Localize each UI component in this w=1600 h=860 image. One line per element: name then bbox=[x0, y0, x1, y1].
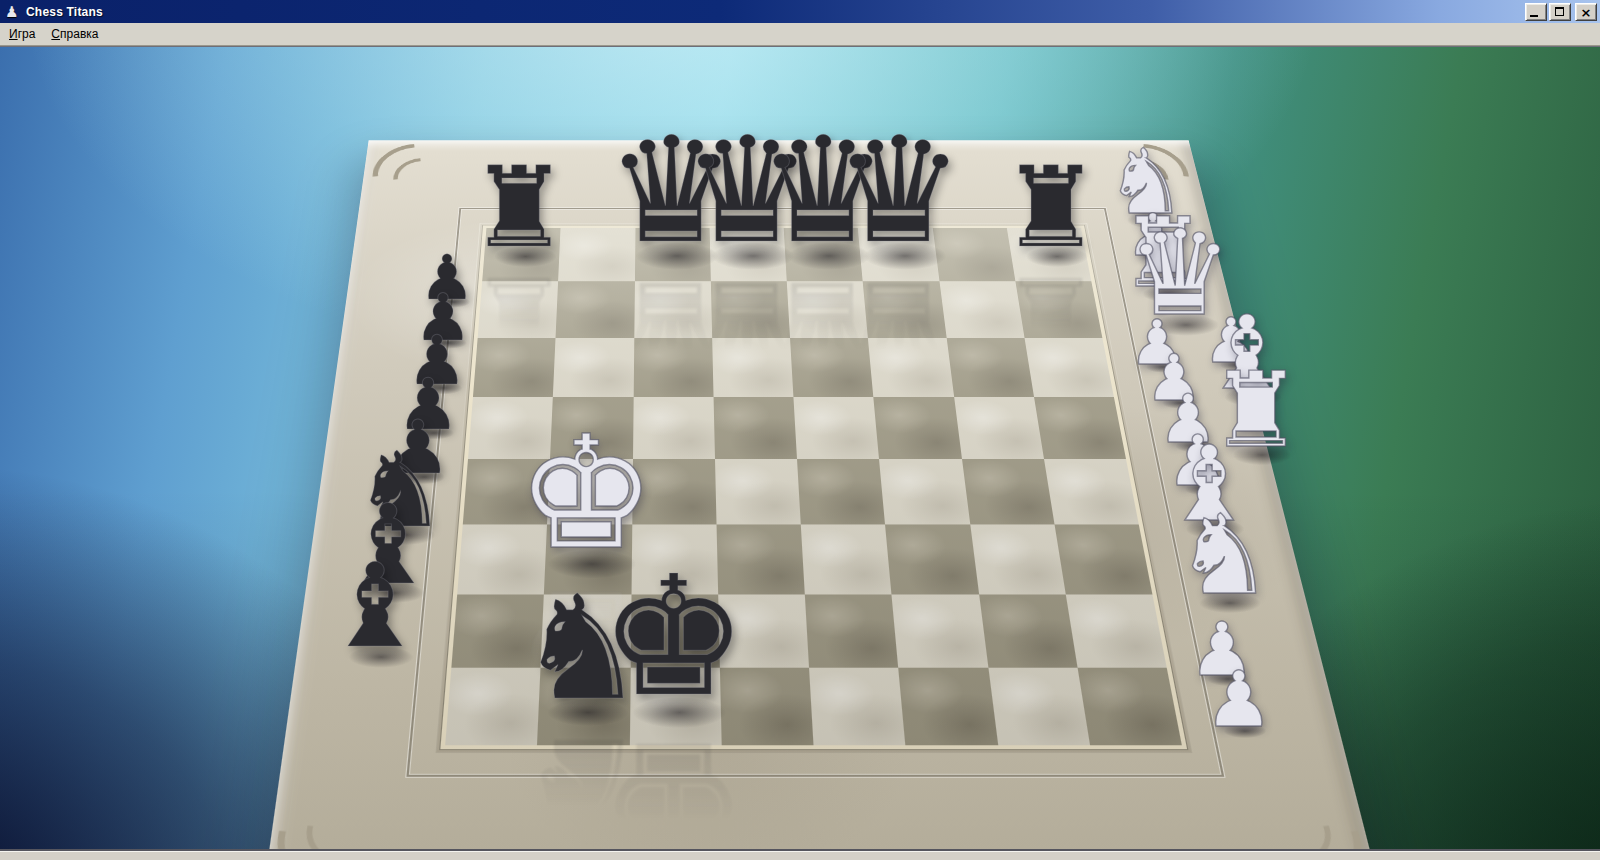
game-scene: ♜♜♛♛♛♛♛♛♛♛♜♜♚♚♞♞♚♚♟♟♟♟♟♞♝♝♞♟♜♛♟♟♝♟♟♜♟♝♞♟… bbox=[0, 46, 1600, 852]
close-icon: × bbox=[1576, 4, 1596, 19]
square-d7[interactable] bbox=[711, 281, 790, 337]
close-button[interactable]: × bbox=[1575, 3, 1597, 21]
corner-ornament bbox=[1238, 789, 1373, 852]
square-g4[interactable] bbox=[962, 459, 1055, 525]
square-b6[interactable] bbox=[553, 338, 634, 397]
square-h7[interactable] bbox=[1015, 281, 1102, 337]
square-h6[interactable] bbox=[1024, 338, 1114, 397]
square-g6[interactable] bbox=[946, 338, 1034, 397]
captured-white-knight: ♞ bbox=[1175, 500, 1274, 610]
restore-icon bbox=[1555, 7, 1564, 16]
square-a6[interactable] bbox=[473, 338, 556, 397]
square-f5[interactable] bbox=[874, 397, 962, 459]
square-a7[interactable] bbox=[478, 281, 559, 337]
app-icon-chess-piece: ♟ bbox=[5, 4, 21, 20]
restore-button[interactable] bbox=[1549, 3, 1571, 21]
square-e7[interactable] bbox=[787, 281, 868, 337]
minimize-icon bbox=[1530, 15, 1538, 17]
piece-black-rook-h8[interactable]: ♜ bbox=[1001, 152, 1101, 263]
title-bar: ♟ Chess Titans × bbox=[0, 0, 1600, 23]
square-g3[interactable] bbox=[970, 525, 1066, 594]
square-e1[interactable] bbox=[809, 667, 906, 745]
square-f6[interactable] bbox=[868, 338, 954, 397]
square-c6[interactable] bbox=[633, 338, 713, 397]
square-f2[interactable] bbox=[892, 594, 988, 667]
menu-bar: Игра Справка bbox=[0, 23, 1600, 46]
square-e2[interactable] bbox=[805, 594, 899, 667]
square-h2[interactable] bbox=[1065, 594, 1166, 667]
square-f4[interactable] bbox=[879, 459, 970, 525]
piece-black-rook-a8[interactable]: ♜ bbox=[469, 152, 569, 263]
minimize-button[interactable] bbox=[1525, 3, 1547, 21]
square-b7[interactable] bbox=[556, 281, 635, 337]
corner-ornament bbox=[369, 144, 460, 202]
captured-white-pawn: ♟ bbox=[1204, 661, 1273, 738]
square-e3[interactable] bbox=[801, 525, 892, 594]
square-d5[interactable] bbox=[713, 397, 797, 459]
menu-item-game[interactable]: Игра bbox=[2, 25, 42, 43]
piece-black-king-c1[interactable]: ♚ bbox=[599, 554, 748, 720]
square-f7[interactable] bbox=[863, 281, 946, 337]
square-g5[interactable] bbox=[954, 397, 1044, 459]
menu-item-help[interactable]: Справка bbox=[44, 25, 105, 43]
square-h5[interactable] bbox=[1034, 397, 1126, 459]
square-d6[interactable] bbox=[712, 338, 793, 397]
corner-ornament bbox=[271, 789, 394, 852]
window-bottom-border bbox=[0, 851, 1600, 860]
square-e6[interactable] bbox=[790, 338, 874, 397]
square-g1[interactable] bbox=[988, 667, 1090, 745]
square-h1[interactable] bbox=[1077, 667, 1182, 745]
window-title: Chess Titans bbox=[26, 5, 103, 19]
square-h3[interactable] bbox=[1054, 525, 1152, 594]
square-f3[interactable] bbox=[885, 525, 978, 594]
square-d4[interactable] bbox=[715, 459, 801, 525]
square-g2[interactable] bbox=[979, 594, 1078, 667]
square-c7[interactable] bbox=[634, 281, 712, 337]
square-e4[interactable] bbox=[797, 459, 885, 525]
square-e5[interactable] bbox=[793, 397, 879, 459]
piece-black-queen-f8[interactable]: ♛ bbox=[834, 117, 965, 263]
square-h4[interactable] bbox=[1044, 459, 1139, 525]
captured-black-bishop: ♝ bbox=[323, 548, 427, 664]
square-f1[interactable] bbox=[898, 667, 997, 745]
square-g7[interactable] bbox=[939, 281, 1024, 337]
